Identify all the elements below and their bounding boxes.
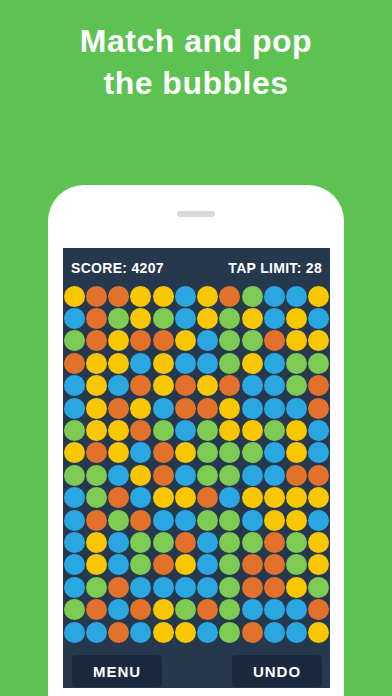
bubble-cell-r15c2[interactable] <box>85 598 107 620</box>
bubble-cell-r6c12[interactable] <box>308 397 330 419</box>
blue-bubble[interactable] <box>242 510 263 531</box>
bubble-cell-r4c3[interactable] <box>108 352 130 374</box>
bubble-cell-r3c10[interactable] <box>263 330 285 352</box>
orange-bubble[interactable] <box>308 599 329 620</box>
blue-bubble[interactable] <box>308 308 329 329</box>
blue-bubble[interactable] <box>308 420 329 441</box>
blue-bubble[interactable] <box>264 375 285 396</box>
bubble-cell-r12c8[interactable] <box>219 531 241 553</box>
yellow-bubble[interactable] <box>153 599 174 620</box>
bubble-cell-r14c12[interactable] <box>308 576 330 598</box>
bubble-cell-r1c6[interactable] <box>174 285 196 307</box>
yellow-bubble[interactable] <box>153 487 174 508</box>
orange-bubble[interactable] <box>197 398 218 419</box>
undo-button[interactable]: UNDO <box>232 655 322 687</box>
yellow-bubble[interactable] <box>286 308 307 329</box>
yellow-bubble[interactable] <box>153 353 174 374</box>
bubble-cell-r12c10[interactable] <box>263 531 285 553</box>
yellow-bubble[interactable] <box>175 622 196 643</box>
orange-bubble[interactable] <box>219 286 240 307</box>
bubble-cell-r2c2[interactable] <box>85 307 107 329</box>
yellow-bubble[interactable] <box>108 330 129 351</box>
blue-bubble[interactable] <box>286 622 307 643</box>
green-bubble[interactable] <box>286 375 307 396</box>
bubble-cell-r1c10[interactable] <box>263 285 285 307</box>
orange-bubble[interactable] <box>197 487 218 508</box>
green-bubble[interactable] <box>219 442 240 463</box>
orange-bubble[interactable] <box>130 330 151 351</box>
bubble-cell-r5c1[interactable] <box>63 375 85 397</box>
orange-bubble[interactable] <box>242 622 263 643</box>
orange-bubble[interactable] <box>108 286 129 307</box>
blue-bubble[interactable] <box>175 353 196 374</box>
bubble-cell-r11c1[interactable] <box>63 509 85 531</box>
bubble-cell-r6c3[interactable] <box>108 397 130 419</box>
green-bubble[interactable] <box>264 420 285 441</box>
yellow-bubble[interactable] <box>64 286 85 307</box>
bubble-cell-r6c9[interactable] <box>241 397 263 419</box>
bubble-cell-r8c8[interactable] <box>219 442 241 464</box>
yellow-bubble[interactable] <box>130 308 151 329</box>
bubble-cell-r6c10[interactable] <box>263 397 285 419</box>
orange-bubble[interactable] <box>86 330 107 351</box>
bubble-cell-r11c11[interactable] <box>286 509 308 531</box>
blue-bubble[interactable] <box>64 487 85 508</box>
yellow-bubble[interactable] <box>308 532 329 553</box>
bubble-cell-r16c5[interactable] <box>152 621 174 643</box>
bubble-cell-r4c11[interactable] <box>286 352 308 374</box>
blue-bubble[interactable] <box>286 398 307 419</box>
yellow-bubble[interactable] <box>286 487 307 508</box>
blue-bubble[interactable] <box>264 622 285 643</box>
yellow-bubble[interactable] <box>264 510 285 531</box>
yellow-bubble[interactable] <box>286 420 307 441</box>
bubble-cell-r8c3[interactable] <box>108 442 130 464</box>
bubble-cell-r12c3[interactable] <box>108 531 130 553</box>
green-bubble[interactable] <box>130 554 151 575</box>
bubble-cell-r7c6[interactable] <box>174 419 196 441</box>
blue-bubble[interactable] <box>153 398 174 419</box>
yellow-bubble[interactable] <box>153 375 174 396</box>
bubble-cell-r7c3[interactable] <box>108 419 130 441</box>
yellow-bubble[interactable] <box>219 420 240 441</box>
green-bubble[interactable] <box>219 599 240 620</box>
green-bubble[interactable] <box>197 465 218 486</box>
green-bubble[interactable] <box>219 465 240 486</box>
orange-bubble[interactable] <box>108 622 129 643</box>
blue-bubble[interactable] <box>64 622 85 643</box>
bubble-cell-r13c12[interactable] <box>308 554 330 576</box>
bubble-cell-r5c8[interactable] <box>219 375 241 397</box>
green-bubble[interactable] <box>219 622 240 643</box>
orange-bubble[interactable] <box>130 375 151 396</box>
bubble-cell-r14c10[interactable] <box>263 576 285 598</box>
bubble-cell-r15c10[interactable] <box>263 598 285 620</box>
bubble-cell-r4c7[interactable] <box>197 352 219 374</box>
bubble-cell-r16c3[interactable] <box>108 621 130 643</box>
bubble-cell-r8c6[interactable] <box>174 442 196 464</box>
yellow-bubble[interactable] <box>130 286 151 307</box>
orange-bubble[interactable] <box>308 398 329 419</box>
green-bubble[interactable] <box>197 420 218 441</box>
bubble-cell-r14c2[interactable] <box>85 576 107 598</box>
green-bubble[interactable] <box>64 465 85 486</box>
orange-bubble[interactable] <box>175 532 196 553</box>
bubble-cell-r8c12[interactable] <box>308 442 330 464</box>
yellow-bubble[interactable] <box>130 398 151 419</box>
bubble-cell-r13c9[interactable] <box>241 554 263 576</box>
bubble-cell-r10c12[interactable] <box>308 487 330 509</box>
orange-bubble[interactable] <box>130 420 151 441</box>
bubble-cell-r16c2[interactable] <box>85 621 107 643</box>
green-bubble[interactable] <box>242 442 263 463</box>
blue-bubble[interactable] <box>108 465 129 486</box>
green-bubble[interactable] <box>219 353 240 374</box>
bubble-cell-r10c3[interactable] <box>108 487 130 509</box>
blue-bubble[interactable] <box>64 398 85 419</box>
bubble-cell-r16c1[interactable] <box>63 621 85 643</box>
bubble-cell-r5c10[interactable] <box>263 375 285 397</box>
bubble-cell-r3c4[interactable] <box>130 330 152 352</box>
blue-bubble[interactable] <box>64 308 85 329</box>
bubble-cell-r6c5[interactable] <box>152 397 174 419</box>
bubble-cell-r12c6[interactable] <box>174 531 196 553</box>
bubble-cell-r11c10[interactable] <box>263 509 285 531</box>
yellow-bubble[interactable] <box>153 622 174 643</box>
yellow-bubble[interactable] <box>86 554 107 575</box>
blue-bubble[interactable] <box>86 622 107 643</box>
bubble-cell-r4c4[interactable] <box>130 352 152 374</box>
orange-bubble[interactable] <box>108 487 129 508</box>
bubble-cell-r1c1[interactable] <box>63 285 85 307</box>
bubble-cell-r16c10[interactable] <box>263 621 285 643</box>
yellow-bubble[interactable] <box>219 398 240 419</box>
bubble-cell-r10c2[interactable] <box>85 487 107 509</box>
bubble-cell-r16c4[interactable] <box>130 621 152 643</box>
blue-bubble[interactable] <box>286 286 307 307</box>
bubble-cell-r16c9[interactable] <box>241 621 263 643</box>
bubble-cell-r8c5[interactable] <box>152 442 174 464</box>
bubble-cell-r14c8[interactable] <box>219 576 241 598</box>
bubble-cell-r9c8[interactable] <box>219 464 241 486</box>
bubble-cell-r13c1[interactable] <box>63 554 85 576</box>
bubble-cell-r2c8[interactable] <box>219 307 241 329</box>
green-bubble[interactable] <box>130 532 151 553</box>
yellow-bubble[interactable] <box>86 375 107 396</box>
green-bubble[interactable] <box>86 577 107 598</box>
bubble-cell-r13c10[interactable] <box>263 554 285 576</box>
green-bubble[interactable] <box>86 487 107 508</box>
bubble-cell-r11c5[interactable] <box>152 509 174 531</box>
bubble-cell-r6c11[interactable] <box>286 397 308 419</box>
orange-bubble[interactable] <box>153 442 174 463</box>
bubble-cell-r15c8[interactable] <box>219 598 241 620</box>
bubble-cell-r9c1[interactable] <box>63 464 85 486</box>
bubble-cell-r15c11[interactable] <box>286 598 308 620</box>
bubble-cell-r2c10[interactable] <box>263 307 285 329</box>
blue-bubble[interactable] <box>130 353 151 374</box>
orange-bubble[interactable] <box>264 554 285 575</box>
bubble-cell-r14c9[interactable] <box>241 576 263 598</box>
bubble-cell-r2c5[interactable] <box>152 307 174 329</box>
bubble-cell-r12c4[interactable] <box>130 531 152 553</box>
orange-bubble[interactable] <box>264 532 285 553</box>
orange-bubble[interactable] <box>86 510 107 531</box>
orange-bubble[interactable] <box>153 465 174 486</box>
bubble-cell-r9c5[interactable] <box>152 464 174 486</box>
bubble-cell-r2c6[interactable] <box>174 307 196 329</box>
bubble-cell-r5c5[interactable] <box>152 375 174 397</box>
yellow-bubble[interactable] <box>308 622 329 643</box>
bubble-cell-r7c2[interactable] <box>85 419 107 441</box>
blue-bubble[interactable] <box>242 599 263 620</box>
bubble-cell-r11c2[interactable] <box>85 509 107 531</box>
blue-bubble[interactable] <box>175 465 196 486</box>
yellow-bubble[interactable] <box>197 286 218 307</box>
yellow-bubble[interactable] <box>242 420 263 441</box>
bubble-cell-r9c2[interactable] <box>85 464 107 486</box>
bubble-cell-r11c9[interactable] <box>241 509 263 531</box>
bubble-cell-r10c5[interactable] <box>152 487 174 509</box>
bubble-cell-r11c8[interactable] <box>219 509 241 531</box>
green-bubble[interactable] <box>286 532 307 553</box>
yellow-bubble[interactable] <box>242 308 263 329</box>
green-bubble[interactable] <box>219 577 240 598</box>
bubble-cell-r8c2[interactable] <box>85 442 107 464</box>
green-bubble[interactable] <box>242 286 263 307</box>
blue-bubble[interactable] <box>264 465 285 486</box>
blue-bubble[interactable] <box>242 465 263 486</box>
green-bubble[interactable] <box>108 510 129 531</box>
yellow-bubble[interactable] <box>175 554 196 575</box>
blue-bubble[interactable] <box>64 375 85 396</box>
bubble-cell-r4c8[interactable] <box>219 352 241 374</box>
green-bubble[interactable] <box>242 532 263 553</box>
bubble-cell-r8c11[interactable] <box>286 442 308 464</box>
green-bubble[interactable] <box>219 308 240 329</box>
bubble-cell-r1c3[interactable] <box>108 285 130 307</box>
bubble-cell-r13c2[interactable] <box>85 554 107 576</box>
green-bubble[interactable] <box>308 353 329 374</box>
bubble-cell-r9c10[interactable] <box>263 464 285 486</box>
bubble-cell-r13c7[interactable] <box>197 554 219 576</box>
blue-bubble[interactable] <box>264 599 285 620</box>
bubble-cell-r14c1[interactable] <box>63 576 85 598</box>
bubble-cell-r6c7[interactable] <box>197 397 219 419</box>
orange-bubble[interactable] <box>286 465 307 486</box>
orange-bubble[interactable] <box>86 442 107 463</box>
bubble-cell-r16c12[interactable] <box>308 621 330 643</box>
blue-bubble[interactable] <box>108 599 129 620</box>
bubble-cell-r5c3[interactable] <box>108 375 130 397</box>
bubble-cell-r11c7[interactable] <box>197 509 219 531</box>
bubble-cell-r1c5[interactable] <box>152 285 174 307</box>
green-bubble[interactable] <box>153 532 174 553</box>
orange-bubble[interactable] <box>86 308 107 329</box>
yellow-bubble[interactable] <box>308 286 329 307</box>
green-bubble[interactable] <box>219 330 240 351</box>
bubble-cell-r7c5[interactable] <box>152 419 174 441</box>
blue-bubble[interactable] <box>264 398 285 419</box>
orange-bubble[interactable] <box>308 375 329 396</box>
orange-bubble[interactable] <box>130 599 151 620</box>
blue-bubble[interactable] <box>197 330 218 351</box>
blue-bubble[interactable] <box>264 442 285 463</box>
bubble-cell-r12c2[interactable] <box>85 531 107 553</box>
blue-bubble[interactable] <box>175 308 196 329</box>
yellow-bubble[interactable] <box>108 420 129 441</box>
bubble-cell-r2c7[interactable] <box>197 307 219 329</box>
blue-bubble[interactable] <box>64 554 85 575</box>
bubble-cell-r16c6[interactable] <box>174 621 196 643</box>
orange-bubble[interactable] <box>64 353 85 374</box>
bubble-cell-r2c11[interactable] <box>286 307 308 329</box>
bubble-cell-r11c3[interactable] <box>108 509 130 531</box>
orange-bubble[interactable] <box>219 375 240 396</box>
bubble-cell-r3c1[interactable] <box>63 330 85 352</box>
bubble-cell-r9c4[interactable] <box>130 464 152 486</box>
bubble-cell-r2c3[interactable] <box>108 307 130 329</box>
orange-bubble[interactable] <box>242 554 263 575</box>
bubble-cell-r10c7[interactable] <box>197 487 219 509</box>
orange-bubble[interactable] <box>175 398 196 419</box>
bubble-cell-r13c8[interactable] <box>219 554 241 576</box>
bubble-cell-r5c11[interactable] <box>286 375 308 397</box>
blue-bubble[interactable] <box>175 420 196 441</box>
bubble-cell-r14c4[interactable] <box>130 576 152 598</box>
orange-bubble[interactable] <box>264 577 285 598</box>
orange-bubble[interactable] <box>153 330 174 351</box>
yellow-bubble[interactable] <box>286 442 307 463</box>
orange-bubble[interactable] <box>153 554 174 575</box>
blue-bubble[interactable] <box>64 532 85 553</box>
green-bubble[interactable] <box>153 308 174 329</box>
bubble-cell-r5c9[interactable] <box>241 375 263 397</box>
bubble-cell-r14c5[interactable] <box>152 576 174 598</box>
bubble-cell-r12c1[interactable] <box>63 531 85 553</box>
bubble-cell-r9c12[interactable] <box>308 464 330 486</box>
green-bubble[interactable] <box>219 510 240 531</box>
yellow-bubble[interactable] <box>197 308 218 329</box>
green-bubble[interactable] <box>308 577 329 598</box>
bubble-cell-r8c7[interactable] <box>197 442 219 464</box>
bubble-cell-r2c12[interactable] <box>308 307 330 329</box>
bubble-cell-r6c2[interactable] <box>85 397 107 419</box>
bubble-cell-r1c8[interactable] <box>219 285 241 307</box>
bubble-cell-r3c5[interactable] <box>152 330 174 352</box>
bubble-cell-r13c3[interactable] <box>108 554 130 576</box>
green-bubble[interactable] <box>286 353 307 374</box>
bubble-cell-r5c12[interactable] <box>308 375 330 397</box>
yellow-bubble[interactable] <box>197 375 218 396</box>
bubble-cell-r3c11[interactable] <box>286 330 308 352</box>
yellow-bubble[interactable] <box>286 330 307 351</box>
bubble-cell-r14c7[interactable] <box>197 576 219 598</box>
yellow-bubble[interactable] <box>286 510 307 531</box>
bubble-cell-r3c6[interactable] <box>174 330 196 352</box>
bubble-cell-r7c4[interactable] <box>130 419 152 441</box>
yellow-bubble[interactable] <box>153 286 174 307</box>
bubble-cell-r14c3[interactable] <box>108 576 130 598</box>
bubble-cell-r6c8[interactable] <box>219 397 241 419</box>
bubble-cell-r4c5[interactable] <box>152 352 174 374</box>
bubble-cell-r12c7[interactable] <box>197 531 219 553</box>
blue-bubble[interactable] <box>108 554 129 575</box>
blue-bubble[interactable] <box>197 554 218 575</box>
bubble-cell-r10c6[interactable] <box>174 487 196 509</box>
bubble-cell-r12c11[interactable] <box>286 531 308 553</box>
blue-bubble[interactable] <box>197 622 218 643</box>
orange-bubble[interactable] <box>242 577 263 598</box>
green-bubble[interactable] <box>64 599 85 620</box>
bubble-cell-r8c9[interactable] <box>241 442 263 464</box>
bubble-cell-r6c4[interactable] <box>130 397 152 419</box>
bubble-cell-r13c5[interactable] <box>152 554 174 576</box>
blue-bubble[interactable] <box>130 442 151 463</box>
blue-bubble[interactable] <box>175 286 196 307</box>
bubble-cell-r13c11[interactable] <box>286 554 308 576</box>
bubble-cell-r10c8[interactable] <box>219 487 241 509</box>
bubble-cell-r2c9[interactable] <box>241 307 263 329</box>
bubble-cell-r14c6[interactable] <box>174 576 196 598</box>
bubble-cell-r12c5[interactable] <box>152 531 174 553</box>
blue-bubble[interactable] <box>264 286 285 307</box>
bubble-cell-r5c4[interactable] <box>130 375 152 397</box>
bubble-cell-r9c11[interactable] <box>286 464 308 486</box>
bubble-cell-r14c11[interactable] <box>286 576 308 598</box>
bubble-cell-r1c12[interactable] <box>308 285 330 307</box>
blue-bubble[interactable] <box>108 532 129 553</box>
bubble-cell-r13c4[interactable] <box>130 554 152 576</box>
yellow-bubble[interactable] <box>64 442 85 463</box>
blue-bubble[interactable] <box>264 353 285 374</box>
green-bubble[interactable] <box>86 465 107 486</box>
green-bubble[interactable] <box>153 420 174 441</box>
yellow-bubble[interactable] <box>242 487 263 508</box>
bubble-cell-r11c12[interactable] <box>308 509 330 531</box>
yellow-bubble[interactable] <box>86 353 107 374</box>
blue-bubble[interactable] <box>130 622 151 643</box>
blue-bubble[interactable] <box>286 599 307 620</box>
bubble-cell-r9c9[interactable] <box>241 464 263 486</box>
blue-bubble[interactable] <box>308 510 329 531</box>
bubble-cell-r12c12[interactable] <box>308 531 330 553</box>
bubble-cell-r15c6[interactable] <box>174 598 196 620</box>
blue-bubble[interactable] <box>130 577 151 598</box>
green-bubble[interactable] <box>64 330 85 351</box>
bubble-cell-r16c7[interactable] <box>197 621 219 643</box>
bubble-cell-r7c1[interactable] <box>63 419 85 441</box>
bubble-cell-r8c4[interactable] <box>130 442 152 464</box>
green-bubble[interactable] <box>242 330 263 351</box>
bubble-cell-r9c3[interactable] <box>108 464 130 486</box>
bubble-cell-r3c3[interactable] <box>108 330 130 352</box>
bubble-cell-r4c12[interactable] <box>308 352 330 374</box>
blue-bubble[interactable] <box>308 442 329 463</box>
green-bubble[interactable] <box>108 308 129 329</box>
bubble-cell-r15c7[interactable] <box>197 598 219 620</box>
bubble-cell-r10c11[interactable] <box>286 487 308 509</box>
blue-bubble[interactable] <box>197 353 218 374</box>
bubble-cell-r15c4[interactable] <box>130 598 152 620</box>
yellow-bubble[interactable] <box>86 398 107 419</box>
bubble-cell-r10c4[interactable] <box>130 487 152 509</box>
blue-bubble[interactable] <box>242 375 263 396</box>
yellow-bubble[interactable] <box>108 442 129 463</box>
yellow-bubble[interactable] <box>308 330 329 351</box>
orange-bubble[interactable] <box>175 375 196 396</box>
bubble-cell-r15c1[interactable] <box>63 598 85 620</box>
